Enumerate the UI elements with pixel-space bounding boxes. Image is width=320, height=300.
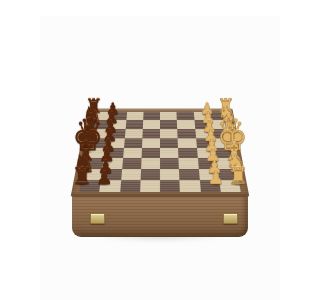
- square-g7: [101, 169, 122, 180]
- brass-clasp-right: [223, 213, 238, 224]
- square-g2: [198, 169, 219, 180]
- square-d3: [178, 138, 197, 148]
- square-b2: [194, 120, 212, 129]
- square-h2: [199, 180, 220, 192]
- square-g8: [81, 169, 102, 180]
- square-e3: [178, 148, 197, 158]
- square-g6: [121, 169, 141, 180]
- square-g5: [140, 169, 160, 180]
- square-f2: [197, 158, 217, 169]
- square-b7: [108, 120, 126, 129]
- square-a2: [193, 112, 211, 120]
- square-a7: [109, 112, 127, 120]
- board-frame: [71, 109, 250, 197]
- square-h1: [219, 180, 241, 192]
- square-f8: [83, 158, 104, 169]
- square-b4: [160, 120, 177, 129]
- square-e4: [160, 148, 179, 158]
- square-e1: [215, 148, 235, 158]
- square-a3: [177, 112, 194, 120]
- square-f5: [141, 158, 160, 169]
- square-c2: [195, 129, 214, 138]
- square-b1: [211, 120, 230, 129]
- square-e7: [104, 148, 124, 158]
- chess-set-product-photo[interactable]: ♜♟♟♜♞♟♟♞♝♟♟♝♛♟♟♛♚♟♟♚♝♟♟♝♞♟♟♞♜♟♟♜: [40, 16, 280, 300]
- square-c6: [124, 129, 142, 138]
- square-c7: [107, 129, 126, 138]
- square-f3: [179, 158, 199, 169]
- square-d1: [213, 138, 233, 148]
- square-h8: [79, 180, 101, 192]
- square-a4: [160, 112, 177, 120]
- square-h5: [140, 180, 160, 192]
- square-a6: [126, 112, 143, 120]
- square-a1: [210, 112, 228, 120]
- square-d4: [160, 138, 178, 148]
- square-f1: [216, 158, 237, 169]
- square-g3: [179, 169, 199, 180]
- square-g4: [160, 169, 180, 180]
- square-d6: [124, 138, 143, 148]
- square-h4: [160, 180, 180, 192]
- square-b5: [143, 120, 160, 129]
- square-b6: [125, 120, 143, 129]
- square-f6: [122, 158, 142, 169]
- square-e5: [141, 148, 160, 158]
- square-h6: [120, 180, 141, 192]
- square-h3: [180, 180, 201, 192]
- chess-board: [79, 112, 240, 192]
- square-e6: [123, 148, 142, 158]
- square-f4: [160, 158, 179, 169]
- square-c8: [89, 129, 108, 138]
- square-c3: [177, 129, 195, 138]
- square-d8: [87, 138, 107, 148]
- square-c1: [212, 129, 231, 138]
- square-g1: [218, 169, 239, 180]
- square-f7: [102, 158, 122, 169]
- square-d7: [105, 138, 124, 148]
- square-b8: [90, 120, 109, 129]
- square-b3: [177, 120, 195, 129]
- wooden-box-front: [72, 194, 248, 237]
- square-d2: [196, 138, 215, 148]
- square-c4: [160, 129, 178, 138]
- square-h7: [99, 180, 120, 192]
- square-e2: [197, 148, 217, 158]
- square-c5: [142, 129, 160, 138]
- square-d5: [142, 138, 160, 148]
- brass-clasp-left: [90, 213, 105, 224]
- square-a8: [92, 112, 110, 120]
- square-e8: [85, 148, 105, 158]
- square-a5: [143, 112, 160, 120]
